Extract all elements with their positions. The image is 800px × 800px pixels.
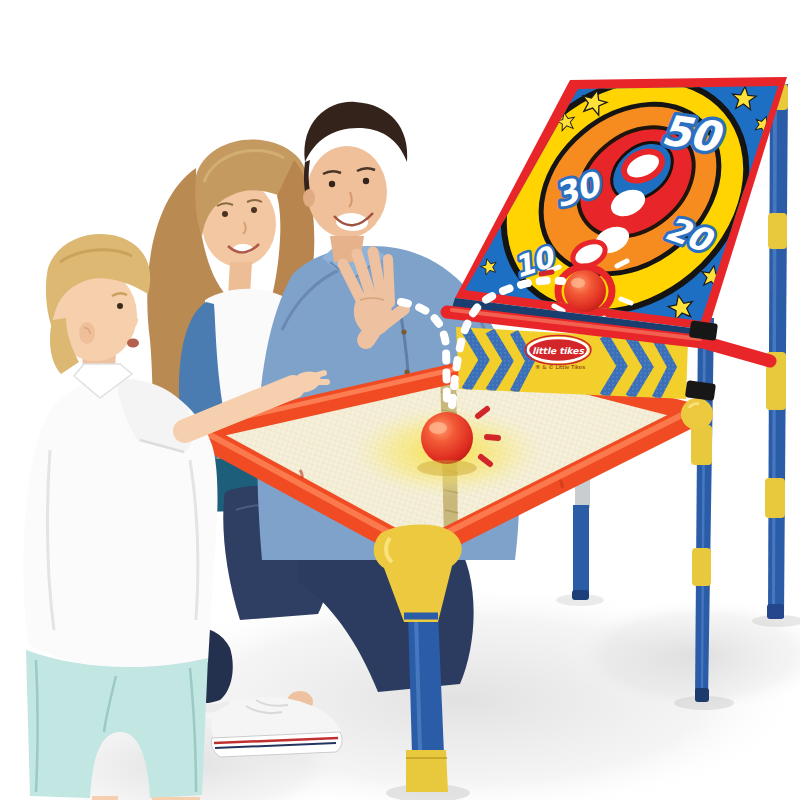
ball-net-shadow [417,460,477,476]
boy-leg [92,796,118,800]
brand-logo-text: little tikes [532,346,584,356]
scene-canvas: 50 30 20 10 [0,0,800,800]
ball-on-target [564,270,606,312]
stand-pole-right [765,84,788,619]
front-leg-foot [406,750,448,792]
boy-ear [79,322,95,344]
product-photo: 50 30 20 10 [0,0,800,800]
brand-fine-print: ® & © Little Tikes [535,364,585,370]
boy-mouth [127,339,139,348]
ball-on-trampoline [421,412,473,464]
